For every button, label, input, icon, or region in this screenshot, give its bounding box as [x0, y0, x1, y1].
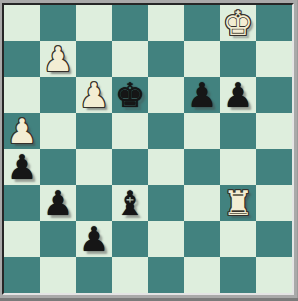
square-a2[interactable]: [4, 221, 40, 257]
square-b4[interactable]: [40, 149, 76, 185]
square-g1[interactable]: [220, 257, 256, 293]
square-h2[interactable]: [256, 221, 292, 257]
square-h1[interactable]: [256, 257, 292, 293]
square-f6[interactable]: ♟: [184, 77, 220, 113]
square-c8[interactable]: [76, 5, 112, 41]
square-b5[interactable]: [40, 113, 76, 149]
piece-white-pawn-b7[interactable]: ♟: [43, 42, 73, 76]
square-b8[interactable]: [40, 5, 76, 41]
piece-black-pawn-c2[interactable]: ♟: [79, 222, 109, 256]
chess-board: ♚♟♟♚♟♟♟♟♟♝♜♟: [4, 5, 292, 293]
square-g6[interactable]: ♟: [220, 77, 256, 113]
piece-black-pawn-a4[interactable]: ♟: [7, 150, 37, 184]
square-g7[interactable]: [220, 41, 256, 77]
square-g2[interactable]: [220, 221, 256, 257]
square-e3[interactable]: [148, 185, 184, 221]
square-a4[interactable]: ♟: [4, 149, 40, 185]
square-e5[interactable]: [148, 113, 184, 149]
square-d8[interactable]: [112, 5, 148, 41]
square-e4[interactable]: [148, 149, 184, 185]
square-b3[interactable]: ♟: [40, 185, 76, 221]
square-d7[interactable]: [112, 41, 148, 77]
square-d5[interactable]: [112, 113, 148, 149]
square-h5[interactable]: [256, 113, 292, 149]
square-b2[interactable]: [40, 221, 76, 257]
piece-white-rook-g3[interactable]: ♜: [223, 186, 253, 220]
square-h3[interactable]: [256, 185, 292, 221]
square-h8[interactable]: [256, 5, 292, 41]
piece-white-pawn-a5[interactable]: ♟: [7, 114, 37, 148]
board-inner-bevel: ♚♟♟♚♟♟♟♟♟♝♜♟: [2, 3, 294, 295]
square-f4[interactable]: [184, 149, 220, 185]
square-h7[interactable]: [256, 41, 292, 77]
square-h6[interactable]: [256, 77, 292, 113]
square-a6[interactable]: [4, 77, 40, 113]
square-f1[interactable]: [184, 257, 220, 293]
square-h4[interactable]: [256, 149, 292, 185]
square-d4[interactable]: [112, 149, 148, 185]
square-e6[interactable]: [148, 77, 184, 113]
square-b7[interactable]: ♟: [40, 41, 76, 77]
square-c5[interactable]: [76, 113, 112, 149]
square-e2[interactable]: [148, 221, 184, 257]
square-f5[interactable]: [184, 113, 220, 149]
square-a3[interactable]: [4, 185, 40, 221]
square-c6[interactable]: ♟: [76, 77, 112, 113]
square-g4[interactable]: [220, 149, 256, 185]
square-d2[interactable]: [112, 221, 148, 257]
square-c3[interactable]: [76, 185, 112, 221]
square-a7[interactable]: [4, 41, 40, 77]
square-f2[interactable]: [184, 221, 220, 257]
board-frame: ♚♟♟♚♟♟♟♟♟♝♜♟: [0, 0, 298, 301]
square-c4[interactable]: [76, 149, 112, 185]
square-a5[interactable]: ♟: [4, 113, 40, 149]
piece-black-king-d6[interactable]: ♚: [115, 78, 145, 112]
square-f7[interactable]: [184, 41, 220, 77]
square-c2[interactable]: ♟: [76, 221, 112, 257]
square-f3[interactable]: [184, 185, 220, 221]
square-e7[interactable]: [148, 41, 184, 77]
square-f8[interactable]: [184, 5, 220, 41]
square-d6[interactable]: ♚: [112, 77, 148, 113]
square-g5[interactable]: [220, 113, 256, 149]
square-b6[interactable]: [40, 77, 76, 113]
piece-black-pawn-f6[interactable]: ♟: [187, 78, 217, 112]
square-b1[interactable]: [40, 257, 76, 293]
square-a1[interactable]: [4, 257, 40, 293]
piece-black-bishop-d3[interactable]: ♝: [115, 186, 145, 220]
piece-black-pawn-b3[interactable]: ♟: [43, 186, 73, 220]
square-e1[interactable]: [148, 257, 184, 293]
piece-white-king-g8[interactable]: ♚: [223, 6, 253, 40]
square-e8[interactable]: [148, 5, 184, 41]
square-c7[interactable]: [76, 41, 112, 77]
square-d1[interactable]: [112, 257, 148, 293]
piece-white-pawn-c6[interactable]: ♟: [79, 78, 109, 112]
square-d3[interactable]: ♝: [112, 185, 148, 221]
square-c1[interactable]: [76, 257, 112, 293]
square-g3[interactable]: ♜: [220, 185, 256, 221]
piece-black-pawn-g6[interactable]: ♟: [223, 78, 253, 112]
square-g8[interactable]: ♚: [220, 5, 256, 41]
square-a8[interactable]: [4, 5, 40, 41]
